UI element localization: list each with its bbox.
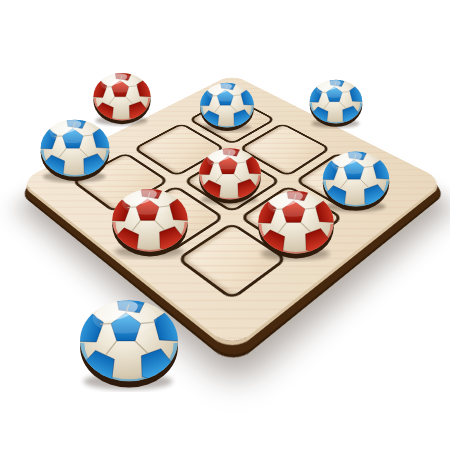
soccer-ball-blue[interactable] bbox=[197, 80, 257, 133]
red-ball-icon bbox=[246, 173, 345, 261]
red-ball-icon bbox=[100, 171, 199, 259]
blue-ball-icon bbox=[191, 70, 261, 133]
blue-ball-icon bbox=[301, 68, 370, 129]
soccer-ball-red[interactable] bbox=[252, 187, 340, 261]
blue-ball-icon bbox=[29, 104, 119, 184]
soccer-ball-blue[interactable] bbox=[77, 288, 181, 398]
soccer-ball-blue[interactable] bbox=[35, 116, 115, 183]
blue-ball-icon bbox=[64, 277, 192, 391]
scene bbox=[0, 0, 450, 450]
soccer-ball-blue[interactable] bbox=[301, 77, 371, 129]
soccer-ball-red[interactable] bbox=[108, 185, 192, 259]
